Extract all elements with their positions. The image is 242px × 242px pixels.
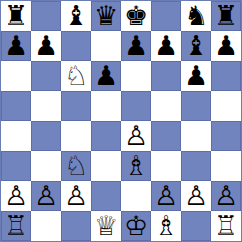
square-e2[interactable] xyxy=(121,181,151,211)
black-pawn[interactable]: ♟ xyxy=(34,31,58,61)
square-h8[interactable]: ♜ xyxy=(211,1,241,31)
square-g6[interactable]: ♟ xyxy=(181,61,211,91)
square-a1[interactable]: ♖ xyxy=(1,211,31,241)
square-c1[interactable] xyxy=(61,211,91,241)
square-h4[interactable] xyxy=(211,121,241,151)
square-a5[interactable] xyxy=(1,91,31,121)
white-pawn[interactable]: ♙ xyxy=(124,121,148,151)
square-a2[interactable]: ♙ xyxy=(1,181,31,211)
square-b4[interactable] xyxy=(31,121,61,151)
black-pawn[interactable]: ♟ xyxy=(154,31,178,61)
square-d3[interactable] xyxy=(91,151,121,181)
square-c6[interactable]: ♘ xyxy=(61,61,91,91)
chess-board: ♜♝♛♚♞♜♟♟♟♟♝♟♘♟♟♙♘♗♙♙♙♙♙♙♖♕♔♗♖ xyxy=(0,0,242,242)
square-c3[interactable]: ♘ xyxy=(61,151,91,181)
black-king[interactable]: ♚ xyxy=(124,1,148,31)
square-f6[interactable] xyxy=(151,61,181,91)
black-pawn[interactable]: ♟ xyxy=(184,61,208,91)
square-a7[interactable]: ♟ xyxy=(1,31,31,61)
square-a8[interactable]: ♜ xyxy=(1,1,31,31)
square-d2[interactable] xyxy=(91,181,121,211)
white-bishop[interactable]: ♗ xyxy=(124,151,148,181)
black-knight[interactable]: ♞ xyxy=(184,1,208,31)
square-f3[interactable] xyxy=(151,151,181,181)
square-e5[interactable] xyxy=(121,91,151,121)
white-pawn[interactable]: ♙ xyxy=(34,181,58,211)
square-c8[interactable]: ♝ xyxy=(61,1,91,31)
square-a3[interactable] xyxy=(1,151,31,181)
square-a4[interactable] xyxy=(1,121,31,151)
square-f2[interactable]: ♙ xyxy=(151,181,181,211)
square-e7[interactable]: ♟ xyxy=(121,31,151,61)
square-c4[interactable] xyxy=(61,121,91,151)
white-knight[interactable]: ♘ xyxy=(64,61,88,91)
white-pawn[interactable]: ♙ xyxy=(214,181,238,211)
square-h5[interactable] xyxy=(211,91,241,121)
square-h3[interactable] xyxy=(211,151,241,181)
square-a6[interactable] xyxy=(1,61,31,91)
square-b1[interactable] xyxy=(31,211,61,241)
square-c7[interactable] xyxy=(61,31,91,61)
square-h6[interactable] xyxy=(211,61,241,91)
square-g5[interactable] xyxy=(181,91,211,121)
square-f7[interactable]: ♟ xyxy=(151,31,181,61)
square-f4[interactable] xyxy=(151,121,181,151)
black-rook[interactable]: ♜ xyxy=(4,1,28,31)
white-king[interactable]: ♔ xyxy=(124,211,148,241)
white-knight[interactable]: ♘ xyxy=(64,151,88,181)
white-pawn[interactable]: ♙ xyxy=(64,181,88,211)
square-b5[interactable] xyxy=(31,91,61,121)
white-rook[interactable]: ♖ xyxy=(4,211,28,241)
square-c2[interactable]: ♙ xyxy=(61,181,91,211)
black-pawn[interactable]: ♟ xyxy=(4,31,28,61)
black-bishop[interactable]: ♝ xyxy=(64,1,88,31)
square-g4[interactable] xyxy=(181,121,211,151)
white-rook[interactable]: ♖ xyxy=(214,211,238,241)
square-g2[interactable]: ♙ xyxy=(181,181,211,211)
white-pawn[interactable]: ♙ xyxy=(4,181,28,211)
chess-diagram: ♜♝♛♚♞♜♟♟♟♟♝♟♘♟♟♙♘♗♙♙♙♙♙♙♖♕♔♗♖ xyxy=(0,0,242,242)
square-d1[interactable]: ♕ xyxy=(91,211,121,241)
square-h7[interactable]: ♟ xyxy=(211,31,241,61)
square-b6[interactable] xyxy=(31,61,61,91)
black-bishop[interactable]: ♝ xyxy=(184,31,208,61)
square-e8[interactable]: ♚ xyxy=(121,1,151,31)
square-g8[interactable]: ♞ xyxy=(181,1,211,31)
white-pawn[interactable]: ♙ xyxy=(184,181,208,211)
square-d4[interactable] xyxy=(91,121,121,151)
square-e1[interactable]: ♔ xyxy=(121,211,151,241)
black-rook[interactable]: ♜ xyxy=(214,1,238,31)
square-d6[interactable]: ♟ xyxy=(91,61,121,91)
square-e4[interactable]: ♙ xyxy=(121,121,151,151)
square-d5[interactable] xyxy=(91,91,121,121)
square-d8[interactable]: ♛ xyxy=(91,1,121,31)
square-g7[interactable]: ♝ xyxy=(181,31,211,61)
square-h2[interactable]: ♙ xyxy=(211,181,241,211)
square-e3[interactable]: ♗ xyxy=(121,151,151,181)
square-f5[interactable] xyxy=(151,91,181,121)
black-pawn[interactable]: ♟ xyxy=(94,61,118,91)
black-pawn[interactable]: ♟ xyxy=(214,31,238,61)
square-c5[interactable] xyxy=(61,91,91,121)
square-e6[interactable] xyxy=(121,61,151,91)
white-pawn[interactable]: ♙ xyxy=(154,181,178,211)
black-queen[interactable]: ♛ xyxy=(94,1,118,31)
square-g3[interactable] xyxy=(181,151,211,181)
square-b3[interactable] xyxy=(31,151,61,181)
square-d7[interactable] xyxy=(91,31,121,61)
white-bishop[interactable]: ♗ xyxy=(154,211,178,241)
black-pawn[interactable]: ♟ xyxy=(124,31,148,61)
square-h1[interactable]: ♖ xyxy=(211,211,241,241)
square-b7[interactable]: ♟ xyxy=(31,31,61,61)
white-queen[interactable]: ♕ xyxy=(94,211,118,241)
square-f1[interactable]: ♗ xyxy=(151,211,181,241)
square-f8[interactable] xyxy=(151,1,181,31)
square-b2[interactable]: ♙ xyxy=(31,181,61,211)
square-g1[interactable] xyxy=(181,211,211,241)
square-b8[interactable] xyxy=(31,1,61,31)
